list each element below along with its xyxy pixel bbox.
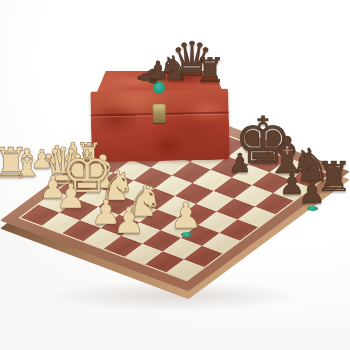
dark-rook-piece: ♜: [195, 53, 225, 87]
box-clasp: [153, 104, 166, 123]
light-rook-piece: ♜: [0, 143, 29, 184]
light-pawn-piece: ♟: [113, 203, 145, 239]
chess-set-product-photo: ♟♟♞♛♜♟♟♜♟♚♟♝♝♜♞♛♝♜♟♚♟♞♟♟♞♟♟♟: [0, 0, 350, 350]
light-pawn-piece: ♟: [56, 179, 86, 213]
dark-pawn-piece: ♟: [298, 177, 326, 208]
light-pawn-piece: ♟: [170, 198, 202, 234]
dark-pawn-piece: ♟: [228, 150, 251, 176]
